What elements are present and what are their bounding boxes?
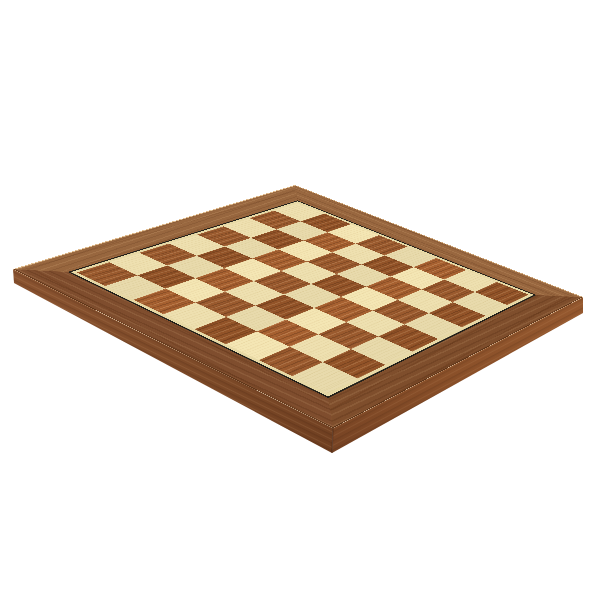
product-photo-stage [0,0,600,600]
